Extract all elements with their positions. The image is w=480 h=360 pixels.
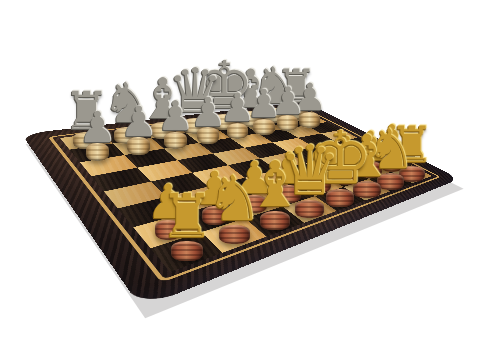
piece-base (242, 195, 267, 213)
piece-base (277, 115, 298, 131)
piece-gold-rook-h1: ♜ (384, 121, 439, 183)
piece-silver-pawn-c7: ♟ (153, 96, 198, 149)
piece-glyph: ♟ (234, 156, 274, 200)
piece-base (381, 155, 403, 171)
piece-base (262, 108, 287, 124)
piece-glyph: ♞ (206, 167, 263, 230)
piece-silver-pawn-g7: ♟ (267, 82, 309, 131)
piece-base (260, 211, 290, 230)
piece-silver-rook-h8: ♜ (271, 63, 322, 120)
piece-silver-pawn-b7: ♟ (116, 101, 162, 155)
piece-glyph: ♚ (308, 122, 373, 195)
piece-base (211, 114, 237, 130)
piece-glyph: ♟ (190, 92, 226, 132)
piece-base (295, 200, 324, 218)
piece-glyph: ♟ (328, 132, 365, 173)
piece-glyph: ♜ (389, 121, 434, 171)
piece-glyph: ♟ (301, 139, 339, 181)
piece-base (127, 137, 150, 154)
piece-silver-pawn-d7: ♟ (186, 92, 230, 144)
piece-silver-rook-a8: ♜ (58, 85, 116, 150)
piece-base (197, 127, 219, 144)
piece-base (150, 122, 176, 139)
piece-gold-queen-d1: ♛ (272, 137, 347, 218)
pieces-layer: ♜♞♝♟♚♟♛♟♝♟♞♟♟♜♟♟♟♟♜♟♞♟♝♟♚♟♛♟♝♟♞♜ (0, 0, 480, 360)
piece-gold-bishop-c1: ♝ (241, 154, 310, 230)
piece-glyph: ♟ (293, 79, 327, 117)
piece-gold-pawn-g2: ♟ (348, 126, 392, 178)
piece-base (227, 123, 249, 139)
piece-base (253, 119, 274, 135)
piece-glyph: ♝ (227, 63, 274, 116)
piece-glyph: ♞ (366, 122, 415, 177)
piece-gold-knight-g1: ♞ (360, 122, 421, 189)
piece-glyph: ♛ (279, 137, 340, 205)
piece-glyph: ♟ (220, 88, 255, 127)
piece-base (86, 143, 110, 161)
piece-silver-pawn-h7: ♟ (289, 79, 330, 128)
piece-base (277, 185, 301, 203)
piece-glyph: ♜ (63, 85, 110, 137)
piece-base (155, 220, 181, 240)
piece-silver-pawn-f7: ♟ (243, 85, 286, 135)
piece-base (202, 206, 227, 225)
piece-glyph: ♟ (270, 147, 309, 190)
piece-silver-queen-d8: ♛ (161, 61, 229, 134)
piece-glyph: ♛ (168, 61, 223, 123)
piece-gold-rook-a1: ♜ (154, 186, 221, 261)
piece-silver-pawn-e7: ♟ (216, 88, 259, 139)
piece-glyph: ♟ (271, 82, 305, 120)
piece-base (238, 111, 263, 127)
piece-gold-knight-b1: ♞ (200, 167, 269, 244)
piece-gold-pawn-h2: ♟ (370, 120, 414, 171)
piece-gold-pawn-a2: ♟ (142, 178, 194, 239)
piece-glyph: ♝ (247, 154, 303, 217)
piece-glyph: ♟ (374, 120, 410, 160)
piece-glyph: ♟ (352, 126, 388, 166)
piece-base (308, 176, 331, 193)
piece-glyph: ♟ (120, 101, 158, 143)
piece-gold-bishop-f1: ♝ (335, 128, 399, 198)
piece-glyph: ♟ (246, 85, 281, 124)
piece-base (326, 189, 354, 207)
piece-gold-pawn-c2: ♟ (230, 156, 279, 214)
piece-base (164, 132, 187, 149)
piece-base (219, 225, 250, 244)
piece-base (377, 173, 404, 190)
piece-base (359, 161, 381, 178)
piece-silver-bishop-c8: ♝ (132, 71, 193, 139)
piece-base (399, 166, 425, 183)
piece-silver-bishop-f8: ♝ (221, 63, 279, 127)
piece-gold-king-e1: ♚ (300, 122, 380, 207)
piece-gold-pawn-b2: ♟ (189, 166, 239, 225)
piece-gold-pawn-f2: ♟ (324, 132, 369, 185)
piece-glyph: ♚ (195, 53, 254, 119)
piece-glyph: ♟ (194, 166, 235, 212)
piece-glyph: ♜ (275, 63, 317, 109)
piece-glyph: ♟ (157, 96, 194, 137)
chess-set-photo: ♜♞♝♟♚♟♛♟♝♟♞♟♟♜♟♟♟♟♜♟♞♟♝♟♚♟♛♟♝♟♞♜ (0, 0, 480, 360)
piece-gold-pawn-d2: ♟ (265, 147, 313, 203)
piece-silver-pawn-a7: ♟ (74, 106, 121, 161)
piece-glyph: ♝ (138, 71, 188, 127)
piece-glyph: ♞ (102, 76, 152, 131)
piece-base (171, 241, 203, 261)
piece-glyph: ♜ (160, 186, 214, 247)
piece-base (73, 132, 101, 149)
piece-silver-knight-b8: ♞ (97, 76, 158, 144)
piece-base (182, 118, 208, 134)
piece-base (114, 127, 141, 144)
piece-glyph: ♟ (78, 106, 116, 149)
piece-silver-king-e8: ♚ (188, 53, 260, 130)
piece-base (353, 181, 380, 198)
piece-glyph: ♞ (252, 61, 298, 112)
piece-glyph: ♝ (341, 128, 393, 186)
piece-base (335, 168, 358, 185)
piece-glyph: ♟ (147, 178, 190, 226)
piece-base (299, 112, 320, 128)
piece-silver-knight-g8: ♞ (246, 61, 302, 123)
piece-gold-pawn-e2: ♟ (296, 139, 342, 194)
piece-base (284, 105, 308, 120)
